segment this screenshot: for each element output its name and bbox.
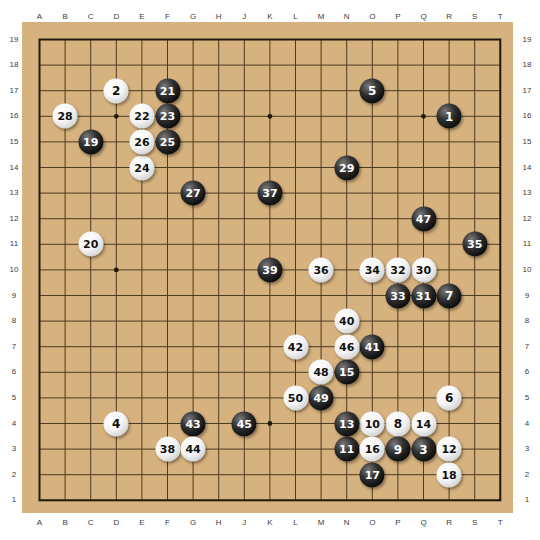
stone-black-31-Q9: 31 bbox=[411, 283, 436, 308]
row-label-left-9: 9 bbox=[12, 292, 16, 300]
col-label-top-L: L bbox=[293, 13, 297, 21]
stone-white-42-L7: 42 bbox=[283, 334, 308, 359]
col-label-bottom-G: G bbox=[190, 519, 196, 527]
row-label-left-15: 15 bbox=[10, 138, 19, 146]
stone-white-32-P10: 32 bbox=[385, 257, 410, 282]
stone-black-29-N14: 29 bbox=[334, 155, 359, 180]
row-label-right-18: 18 bbox=[523, 61, 532, 69]
row-label-right-8: 8 bbox=[525, 317, 529, 325]
row-label-left-17: 17 bbox=[10, 87, 19, 95]
col-label-top-M: M bbox=[318, 13, 325, 21]
stone-white-4-D4: 4 bbox=[104, 411, 129, 436]
col-label-bottom-A: A bbox=[37, 519, 42, 527]
col-label-bottom-C: C bbox=[88, 519, 94, 527]
stone-black-49-M5: 49 bbox=[309, 385, 334, 410]
row-label-left-12: 12 bbox=[10, 215, 19, 223]
stone-white-2-D17: 2 bbox=[104, 78, 129, 103]
col-label-bottom-R: R bbox=[446, 519, 452, 527]
stone-white-48-M6: 48 bbox=[309, 360, 334, 385]
row-label-left-3: 3 bbox=[12, 445, 16, 453]
row-label-left-5: 5 bbox=[12, 394, 16, 402]
row-label-left-7: 7 bbox=[12, 343, 16, 351]
row-label-left-8: 8 bbox=[12, 317, 16, 325]
row-label-right-4: 4 bbox=[525, 420, 529, 428]
stone-black-23-F16: 23 bbox=[155, 104, 180, 129]
row-label-right-2: 2 bbox=[525, 471, 529, 479]
stone-black-19-C15: 19 bbox=[78, 129, 103, 154]
col-label-bottom-O: O bbox=[369, 519, 375, 527]
col-label-bottom-H: H bbox=[216, 519, 222, 527]
stone-white-22-E16: 22 bbox=[129, 104, 154, 129]
col-label-top-N: N bbox=[344, 13, 350, 21]
stone-black-21-F17: 21 bbox=[155, 78, 180, 103]
col-label-bottom-F: F bbox=[165, 519, 170, 527]
star-point-D16 bbox=[114, 114, 119, 119]
col-label-bottom-L: L bbox=[293, 519, 297, 527]
stone-black-11-N3: 11 bbox=[334, 437, 359, 462]
stone-black-41-O7: 41 bbox=[360, 334, 385, 359]
col-label-top-A: A bbox=[37, 13, 42, 21]
stone-black-33-P9: 33 bbox=[385, 283, 410, 308]
row-label-right-7: 7 bbox=[525, 343, 529, 351]
star-point-Q16 bbox=[421, 114, 426, 119]
row-label-right-19: 19 bbox=[523, 36, 532, 44]
row-label-left-18: 18 bbox=[10, 61, 19, 69]
row-label-left-11: 11 bbox=[10, 240, 18, 248]
col-label-bottom-S: S bbox=[472, 519, 477, 527]
col-label-top-D: D bbox=[113, 13, 119, 21]
stone-white-24-E14: 24 bbox=[129, 155, 154, 180]
row-label-left-16: 16 bbox=[10, 112, 19, 120]
star-point-K16 bbox=[268, 114, 273, 119]
stone-white-50-L5: 50 bbox=[283, 385, 308, 410]
go-game-diagram: AABBCCDDEEFFGGHHJJKKLLMMNNOOPPQQRRSSTT19… bbox=[0, 0, 540, 540]
col-label-bottom-J: J bbox=[242, 519, 246, 527]
star-point-K4 bbox=[268, 421, 273, 426]
row-label-left-4: 4 bbox=[12, 420, 16, 428]
stone-black-1-R16: 1 bbox=[437, 104, 462, 129]
col-label-top-G: G bbox=[190, 13, 196, 21]
stone-white-38-F3: 38 bbox=[155, 437, 180, 462]
col-label-top-P: P bbox=[395, 13, 400, 21]
stone-white-10-O4: 10 bbox=[360, 411, 385, 436]
stone-white-36-M10: 36 bbox=[309, 257, 334, 282]
row-label-right-17: 17 bbox=[523, 87, 532, 95]
stone-black-47-Q12: 47 bbox=[411, 206, 436, 231]
stone-black-17-O2: 17 bbox=[360, 462, 385, 487]
stone-white-28-B16: 28 bbox=[53, 104, 78, 129]
stone-white-20-C11: 20 bbox=[78, 232, 103, 257]
col-label-top-H: H bbox=[216, 13, 222, 21]
stone-black-27-G13: 27 bbox=[181, 181, 206, 206]
row-label-right-13: 13 bbox=[523, 189, 532, 197]
col-label-top-T: T bbox=[498, 13, 503, 21]
row-label-right-6: 6 bbox=[525, 368, 529, 376]
col-label-bottom-B: B bbox=[62, 519, 67, 527]
row-label-right-10: 10 bbox=[523, 266, 532, 274]
row-label-left-1: 1 bbox=[12, 496, 16, 504]
col-label-bottom-P: P bbox=[395, 519, 400, 527]
row-label-right-12: 12 bbox=[523, 215, 532, 223]
stone-white-34-O10: 34 bbox=[360, 257, 385, 282]
stone-black-35-S11: 35 bbox=[462, 232, 487, 257]
row-label-left-2: 2 bbox=[12, 471, 16, 479]
row-label-right-3: 3 bbox=[525, 445, 529, 453]
col-label-bottom-T: T bbox=[498, 519, 503, 527]
stone-black-45-J4: 45 bbox=[232, 411, 257, 436]
col-label-bottom-D: D bbox=[113, 519, 119, 527]
row-label-right-15: 15 bbox=[523, 138, 532, 146]
col-label-top-K: K bbox=[267, 13, 272, 21]
col-label-top-B: B bbox=[62, 13, 67, 21]
stone-black-3-Q3: 3 bbox=[411, 437, 436, 462]
stone-black-15-N6: 15 bbox=[334, 360, 359, 385]
row-label-right-14: 14 bbox=[523, 164, 532, 172]
stone-white-44-G3: 44 bbox=[181, 437, 206, 462]
row-label-right-9: 9 bbox=[525, 292, 529, 300]
stone-black-5-O17: 5 bbox=[360, 78, 385, 103]
stone-white-46-N7: 46 bbox=[334, 334, 359, 359]
star-point-D10 bbox=[114, 268, 119, 273]
row-label-left-13: 13 bbox=[10, 189, 19, 197]
col-label-bottom-E: E bbox=[139, 519, 144, 527]
row-label-right-1: 1 bbox=[525, 496, 529, 504]
stone-white-16-O3: 16 bbox=[360, 437, 385, 462]
col-label-top-R: R bbox=[446, 13, 452, 21]
stone-white-14-Q4: 14 bbox=[411, 411, 436, 436]
row-label-left-10: 10 bbox=[10, 266, 19, 274]
row-label-left-6: 6 bbox=[12, 368, 16, 376]
stone-black-13-N4: 13 bbox=[334, 411, 359, 436]
stone-white-12-R3: 12 bbox=[437, 437, 462, 462]
col-label-top-J: J bbox=[242, 13, 246, 21]
col-label-bottom-M: M bbox=[318, 519, 325, 527]
col-label-bottom-K: K bbox=[267, 519, 272, 527]
stone-black-39-K10: 39 bbox=[257, 257, 282, 282]
col-label-top-C: C bbox=[88, 13, 94, 21]
row-label-left-19: 19 bbox=[10, 36, 19, 44]
stone-black-9-P3: 9 bbox=[385, 437, 410, 462]
stone-black-37-K13: 37 bbox=[257, 181, 282, 206]
col-label-top-S: S bbox=[472, 13, 477, 21]
stone-white-40-N8: 40 bbox=[334, 309, 359, 334]
row-label-right-11: 11 bbox=[523, 240, 531, 248]
row-label-left-14: 14 bbox=[10, 164, 19, 172]
stone-white-30-Q10: 30 bbox=[411, 257, 436, 282]
stone-black-7-R9: 7 bbox=[437, 283, 462, 308]
row-label-right-5: 5 bbox=[525, 394, 529, 402]
stone-white-6-R5: 6 bbox=[437, 385, 462, 410]
col-label-top-O: O bbox=[369, 13, 375, 21]
stone-white-18-R2: 18 bbox=[437, 462, 462, 487]
row-label-right-16: 16 bbox=[523, 112, 532, 120]
stone-white-26-E15: 26 bbox=[129, 129, 154, 154]
stone-white-8-P4: 8 bbox=[385, 411, 410, 436]
stone-black-25-F15: 25 bbox=[155, 129, 180, 154]
col-label-top-F: F bbox=[165, 13, 170, 21]
col-label-top-Q: Q bbox=[420, 13, 426, 21]
col-label-top-E: E bbox=[139, 13, 144, 21]
col-label-bottom-Q: Q bbox=[420, 519, 426, 527]
col-label-bottom-N: N bbox=[344, 519, 350, 527]
stone-black-43-G4: 43 bbox=[181, 411, 206, 436]
